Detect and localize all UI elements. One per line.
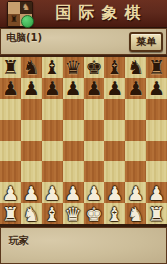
piece-white-king[interactable]: ♚ xyxy=(85,204,102,224)
square-f2[interactable]: ♟ xyxy=(104,182,125,203)
piece-white-pawn[interactable]: ♟ xyxy=(127,183,144,203)
square-b1[interactable]: ♞ xyxy=(21,203,42,224)
piece-black-pawn[interactable]: ♟ xyxy=(44,78,61,98)
square-f1[interactable]: ♝ xyxy=(104,203,125,224)
square-c5[interactable] xyxy=(42,120,63,141)
square-e6[interactable] xyxy=(84,99,105,120)
square-h6[interactable] xyxy=(146,99,167,120)
square-h4[interactable] xyxy=(146,141,167,162)
square-e4[interactable] xyxy=(84,141,105,162)
square-a4[interactable] xyxy=(0,141,21,162)
piece-black-pawn[interactable]: ♟ xyxy=(2,78,19,98)
square-e2[interactable]: ♟ xyxy=(84,182,105,203)
piece-white-pawn[interactable]: ♟ xyxy=(44,183,61,203)
piece-black-rook[interactable]: ♜ xyxy=(148,57,165,77)
square-h8[interactable]: ♜ xyxy=(146,57,167,78)
square-h1[interactable]: ♜ xyxy=(146,203,167,224)
square-g6[interactable] xyxy=(125,99,146,120)
square-g7[interactable]: ♟ xyxy=(125,78,146,99)
piece-white-knight[interactable]: ♞ xyxy=(127,204,144,224)
square-g5[interactable] xyxy=(125,120,146,141)
square-d5[interactable] xyxy=(63,120,84,141)
piece-black-pawn[interactable]: ♟ xyxy=(23,78,40,98)
square-e3[interactable] xyxy=(84,161,105,182)
square-c2[interactable]: ♟ xyxy=(42,182,63,203)
square-g2[interactable]: ♟ xyxy=(125,182,146,203)
square-c6[interactable] xyxy=(42,99,63,120)
piece-black-pawn[interactable]: ♟ xyxy=(85,78,102,98)
square-b2[interactable]: ♟ xyxy=(21,182,42,203)
chess-board[interactable]: ♜♞♝♛♚♝♞♜♟♟♟♟♟♟♟♟♟♟♟♟♟♟♟♟♜♞♝♛♚♝♞♜ xyxy=(0,57,167,224)
piece-black-bishop[interactable]: ♝ xyxy=(44,57,61,77)
square-h5[interactable] xyxy=(146,120,167,141)
square-g1[interactable]: ♞ xyxy=(125,203,146,224)
square-f4[interactable] xyxy=(104,141,125,162)
square-c7[interactable]: ♟ xyxy=(42,78,63,99)
piece-white-rook[interactable]: ♜ xyxy=(148,204,165,224)
piece-white-bishop[interactable]: ♝ xyxy=(44,204,61,224)
piece-white-pawn[interactable]: ♟ xyxy=(2,183,19,203)
square-e1[interactable]: ♚ xyxy=(84,203,105,224)
piece-black-pawn[interactable]: ♟ xyxy=(65,78,82,98)
square-a1[interactable]: ♜ xyxy=(0,203,21,224)
square-d4[interactable] xyxy=(63,141,84,162)
square-d2[interactable]: ♟ xyxy=(63,182,84,203)
square-g4[interactable] xyxy=(125,141,146,162)
square-d7[interactable]: ♟ xyxy=(63,78,84,99)
piece-white-pawn[interactable]: ♟ xyxy=(85,183,102,203)
menu-button[interactable]: 菜单 xyxy=(129,32,163,52)
square-e8[interactable]: ♚ xyxy=(84,57,105,78)
square-h7[interactable]: ♟ xyxy=(146,78,167,99)
square-d6[interactable] xyxy=(63,99,84,120)
piece-black-pawn[interactable]: ♟ xyxy=(127,78,144,98)
piece-white-rook[interactable]: ♜ xyxy=(2,204,19,224)
opponent-label: 电脑(1) xyxy=(6,29,42,45)
square-a6[interactable] xyxy=(0,99,21,120)
square-c3[interactable] xyxy=(42,161,63,182)
square-g3[interactable] xyxy=(125,161,146,182)
square-f6[interactable] xyxy=(104,99,125,120)
square-a5[interactable] xyxy=(0,120,21,141)
knight-icon: ♞ xyxy=(20,2,32,14)
piece-black-pawn[interactable]: ♟ xyxy=(148,78,165,98)
piece-white-pawn[interactable]: ♟ xyxy=(65,183,82,203)
square-d3[interactable] xyxy=(63,161,84,182)
square-c1[interactable]: ♝ xyxy=(42,203,63,224)
square-a2[interactable]: ♟ xyxy=(0,182,21,203)
piece-black-rook[interactable]: ♜ xyxy=(2,57,19,77)
piece-black-queen[interactable]: ♛ xyxy=(65,57,82,77)
piece-black-pawn[interactable]: ♟ xyxy=(106,78,123,98)
piece-black-knight[interactable]: ♞ xyxy=(23,57,40,77)
opponent-bar: 电脑(1) 菜单 xyxy=(0,28,167,55)
square-f3[interactable] xyxy=(104,161,125,182)
title-bar: ♞ ♜ 国际象棋 xyxy=(0,0,167,28)
square-a3[interactable] xyxy=(0,161,21,182)
square-b5[interactable] xyxy=(21,120,42,141)
square-a8[interactable]: ♜ xyxy=(0,57,21,78)
square-f8[interactable]: ♝ xyxy=(104,57,125,78)
square-d1[interactable]: ♛ xyxy=(63,203,84,224)
piece-white-pawn[interactable]: ♟ xyxy=(106,183,123,203)
app-icon: ♞ ♜ xyxy=(7,1,33,27)
app-icon-tile xyxy=(8,2,20,14)
square-b3[interactable] xyxy=(21,161,42,182)
square-b4[interactable] xyxy=(21,141,42,162)
square-g8[interactable]: ♞ xyxy=(125,57,146,78)
piece-white-pawn[interactable]: ♟ xyxy=(23,183,40,203)
piece-black-bishop[interactable]: ♝ xyxy=(106,57,123,77)
player-label: 玩家 xyxy=(9,232,29,248)
piece-black-king[interactable]: ♚ xyxy=(85,57,102,77)
square-b8[interactable]: ♞ xyxy=(21,57,42,78)
square-b6[interactable] xyxy=(21,99,42,120)
square-a7[interactable]: ♟ xyxy=(0,78,21,99)
app-title: 国际象棋 xyxy=(33,3,163,24)
square-e5[interactable] xyxy=(84,120,105,141)
piece-white-pawn[interactable]: ♟ xyxy=(148,183,165,203)
square-f5[interactable] xyxy=(104,120,125,141)
piece-black-knight[interactable]: ♞ xyxy=(127,57,144,77)
piece-white-knight[interactable]: ♞ xyxy=(23,204,40,224)
piece-white-bishop[interactable]: ♝ xyxy=(106,204,123,224)
square-d8[interactable]: ♛ xyxy=(63,57,84,78)
rook-icon: ♜ xyxy=(8,14,20,26)
green-badge-icon xyxy=(21,15,34,28)
square-e7[interactable]: ♟ xyxy=(84,78,105,99)
square-h2[interactable]: ♟ xyxy=(146,182,167,203)
chess-app-window: ♞ ♜ 国际象棋 电脑(1) 菜单 ♜♞♝♛♚♝♞♜♟♟♟♟♟♟♟♟♟♟♟♟♟♟… xyxy=(0,0,167,264)
square-b7[interactable]: ♟ xyxy=(21,78,42,99)
player-bar: 玩家 xyxy=(0,227,167,264)
piece-white-queen[interactable]: ♛ xyxy=(65,204,82,224)
square-h3[interactable] xyxy=(146,161,167,182)
square-c4[interactable] xyxy=(42,141,63,162)
square-f7[interactable]: ♟ xyxy=(104,78,125,99)
square-c8[interactable]: ♝ xyxy=(42,57,63,78)
